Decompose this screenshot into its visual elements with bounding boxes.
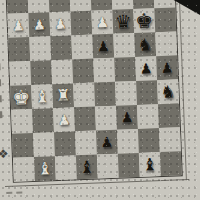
square-c8[interactable] [48, 0, 70, 12]
square-c2[interactable] [54, 131, 76, 156]
board-emblem-icon: ❖ [0, 147, 9, 161]
piece-black-B-d1[interactable]: ♝ [76, 155, 98, 180]
square-h7[interactable] [154, 7, 176, 32]
square-h5[interactable]: ♟ [156, 55, 178, 80]
square-c3[interactable]: ♟ [53, 107, 75, 132]
piece-white-R-c4[interactable]: ♜ [52, 83, 74, 108]
piece-white-K-a4[interactable]: ♚ [10, 85, 32, 110]
piece-black-P-f3[interactable]: ♟ [116, 105, 138, 130]
square-h3[interactable] [158, 103, 180, 128]
square-b7[interactable]: ♟ [28, 12, 50, 37]
square-g7[interactable]: ♚ [133, 8, 155, 33]
square-b6[interactable] [29, 36, 51, 61]
square-c7[interactable]: ♟ [49, 11, 71, 36]
piece-black-K-g7[interactable]: ♚ [133, 8, 155, 33]
square-c1[interactable] [55, 155, 77, 180]
square-a8[interactable] [6, 0, 28, 14]
border-lettering-marks [0, 63, 2, 118]
square-b3[interactable] [32, 108, 54, 133]
square-e7[interactable]: ♟ [91, 10, 113, 35]
square-d2[interactable] [75, 131, 97, 156]
piece-black-N-g6[interactable]: ♞ [134, 32, 156, 57]
square-a2[interactable] [12, 133, 34, 158]
square-b1[interactable]: ♝ [34, 156, 56, 181]
square-b2[interactable] [33, 132, 55, 157]
square-c5[interactable] [51, 59, 73, 84]
square-h1[interactable] [160, 151, 182, 176]
square-g1[interactable]: ♝ [139, 152, 161, 177]
square-c4[interactable]: ♜ [52, 83, 74, 108]
square-d4[interactable] [73, 83, 95, 108]
square-g4[interactable] [136, 80, 158, 105]
square-g5[interactable]: ♟ [135, 56, 157, 81]
square-g3[interactable] [137, 104, 159, 129]
square-e6[interactable]: ♟ [92, 34, 114, 59]
square-a4[interactable]: ♚ [10, 85, 32, 110]
square-b8[interactable] [27, 0, 49, 13]
border-corner-marks [6, 191, 22, 194]
piece-black-N-h4[interactable]: ♞ [157, 79, 179, 104]
square-f5[interactable] [114, 57, 136, 82]
piece-white-P-c7[interactable]: ♟ [49, 11, 71, 36]
square-c6[interactable] [50, 35, 72, 60]
square-d3[interactable] [74, 107, 96, 132]
square-a1[interactable] [13, 157, 35, 182]
piece-black-P-e6[interactable]: ♟ [92, 34, 114, 59]
piece-black-Q-f7[interactable]: ♛ [112, 9, 134, 34]
chess-board[interactable]: ♟♟♟♟♛♚♟♞♟♟♚♝♜♞♟♟♟♝♝♝ [5, 0, 182, 183]
square-h4[interactable]: ♞ [157, 79, 179, 104]
square-b4[interactable]: ♝ [31, 84, 53, 109]
square-g6[interactable]: ♞ [134, 32, 156, 57]
board-frame: ♟♟♟♟♛♚♟♞♟♟♚♝♜♞♟♟♟♝♝♝ ❖ [0, 0, 200, 200]
piece-white-B-b1[interactable]: ♝ [34, 156, 56, 181]
square-a7[interactable]: ♟ [7, 13, 29, 38]
square-f6[interactable] [113, 33, 135, 58]
square-d6[interactable] [71, 35, 93, 60]
square-e5[interactable] [93, 58, 115, 83]
square-d5[interactable] [72, 59, 94, 84]
piece-black-B-g1[interactable]: ♝ [139, 152, 161, 177]
square-e4[interactable] [94, 82, 116, 107]
square-h2[interactable] [159, 127, 181, 152]
piece-black-P-h5[interactable]: ♟ [156, 55, 178, 80]
square-f4[interactable] [115, 81, 137, 106]
square-f2[interactable] [117, 129, 139, 154]
square-d7[interactable] [70, 11, 92, 36]
piece-white-B-b4[interactable]: ♝ [31, 84, 53, 109]
square-e2[interactable]: ♟ [96, 130, 118, 155]
piece-black-P-g5[interactable]: ♟ [135, 56, 157, 81]
square-d1[interactable]: ♝ [76, 155, 98, 180]
square-f3[interactable]: ♟ [116, 105, 138, 130]
square-f1[interactable] [118, 153, 140, 178]
square-e1[interactable] [97, 154, 119, 179]
square-f7[interactable]: ♛ [112, 9, 134, 34]
piece-black-P-e2[interactable]: ♟ [96, 130, 118, 155]
square-h6[interactable] [155, 31, 177, 56]
square-a5[interactable] [9, 61, 31, 86]
piece-white-P-c3[interactable]: ♟ [53, 107, 75, 132]
piece-white-P-a7[interactable]: ♟ [7, 13, 29, 38]
piece-white-P-e7[interactable]: ♟ [91, 10, 113, 35]
square-e3[interactable] [95, 106, 117, 131]
square-a3[interactable] [11, 109, 33, 134]
piece-white-P-b7[interactable]: ♟ [28, 12, 50, 37]
square-g2[interactable] [138, 128, 160, 153]
square-b5[interactable] [30, 60, 52, 85]
chessboard-photo: ♟♟♟♟♛♚♟♞♟♟♚♝♜♞♟♟♟♝♝♝ ❖ [0, 0, 200, 200]
square-a6[interactable] [8, 37, 30, 62]
